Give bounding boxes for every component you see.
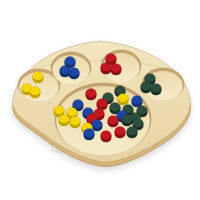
disc-yellow[interactable] [33,72,44,84]
board-svg [0,0,200,200]
disc-yellow[interactable] [118,94,129,106]
disc-blue[interactable] [132,96,143,108]
disc-green[interactable] [151,84,162,96]
disc-red[interactable] [115,127,126,139]
disc-green[interactable] [127,127,138,139]
disc-blue[interactable] [69,68,80,80]
disc-red[interactable] [101,63,112,75]
disc-yellow[interactable] [30,87,41,99]
disc-yellow[interactable] [59,115,70,127]
disc-green[interactable] [141,82,152,94]
product-photo [0,0,200,200]
disc-yellow[interactable] [70,117,81,129]
disc-red[interactable] [86,89,97,101]
disc-red[interactable] [108,116,119,128]
disc-blue[interactable] [84,129,95,141]
disc-blue[interactable] [92,120,103,132]
disc-green[interactable] [122,115,133,127]
disc-red[interactable] [101,131,112,143]
disc-red[interactable] [111,64,122,76]
